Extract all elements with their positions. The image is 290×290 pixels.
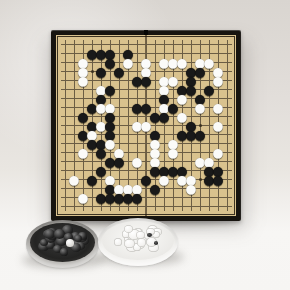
white-stone-heap	[102, 221, 174, 260]
black-stone[interactable]: ●	[133, 193, 142, 202]
white-stone[interactable]: ●	[79, 193, 88, 202]
tray-white-stone	[124, 225, 133, 233]
black-stone[interactable]: ●	[205, 85, 214, 94]
tray-white-stone	[124, 239, 134, 248]
tray-white-stone	[114, 238, 122, 245]
white-stone[interactable]: ●	[178, 94, 187, 103]
black-stone[interactable]: ●	[142, 76, 151, 85]
black-stone[interactable]: ●	[115, 157, 124, 166]
black-stone[interactable]: ●	[106, 85, 115, 94]
black-stone[interactable]: ●	[196, 67, 205, 76]
go-set-photo: ●●●●●●●●●●●●●●●●●●●●●●●●●●●●●●●●●●●●●●●●…	[0, 0, 290, 290]
grid-wrap: ●●●●●●●●●●●●●●●●●●●●●●●●●●●●●●●●●●●●●●●●…	[56, 35, 236, 216]
white-stone[interactable]: ●	[70, 175, 79, 184]
white-stone[interactable]: ●	[187, 184, 196, 193]
black-stone[interactable]: ●	[196, 130, 205, 139]
stone-layer: ●●●●●●●●●●●●●●●●●●●●●●●●●●●●●●●●●●●●●●●●…	[61, 40, 232, 211]
bowl-black-stone	[54, 229, 65, 239]
dark-gap	[154, 241, 158, 245]
white-stone-tray[interactable]	[98, 218, 178, 266]
black-stone[interactable]: ●	[160, 112, 169, 121]
white-stone[interactable]: ●	[196, 103, 205, 112]
white-stone[interactable]: ●	[214, 76, 223, 85]
white-stone[interactable]: ●	[169, 148, 178, 157]
white-stone[interactable]: ●	[124, 58, 133, 67]
black-stone-heap	[30, 223, 95, 262]
black-stone[interactable]: ●	[115, 67, 124, 76]
black-stone[interactable]: ●	[88, 175, 97, 184]
goban-grid[interactable]: ●●●●●●●●●●●●●●●●●●●●●●●●●●●●●●●●●●●●●●●●…	[61, 40, 232, 211]
black-stone[interactable]: ●	[97, 67, 106, 76]
white-stone[interactable]: ●	[79, 148, 88, 157]
white-stone[interactable]: ●	[214, 121, 223, 130]
tray-white-stone	[137, 238, 146, 246]
black-stone[interactable]: ●	[214, 175, 223, 184]
black-stone-bowl[interactable]	[26, 220, 99, 268]
bowl-black-stone	[60, 248, 68, 255]
white-stone[interactable]: ●	[214, 148, 223, 157]
black-stone[interactable]: ●	[151, 184, 160, 193]
goban-face: ●●●●●●●●●●●●●●●●●●●●●●●●●●●●●●●●●●●●●●●●…	[56, 35, 236, 216]
white-stone[interactable]: ●	[133, 157, 142, 166]
goban-frame: ●●●●●●●●●●●●●●●●●●●●●●●●●●●●●●●●●●●●●●●●…	[51, 30, 241, 221]
white-stone[interactable]: ●	[79, 76, 88, 85]
stray-white-stone	[66, 239, 74, 246]
dark-gap	[147, 233, 152, 238]
white-stone[interactable]: ●	[160, 175, 169, 184]
white-stone[interactable]: ●	[214, 103, 223, 112]
